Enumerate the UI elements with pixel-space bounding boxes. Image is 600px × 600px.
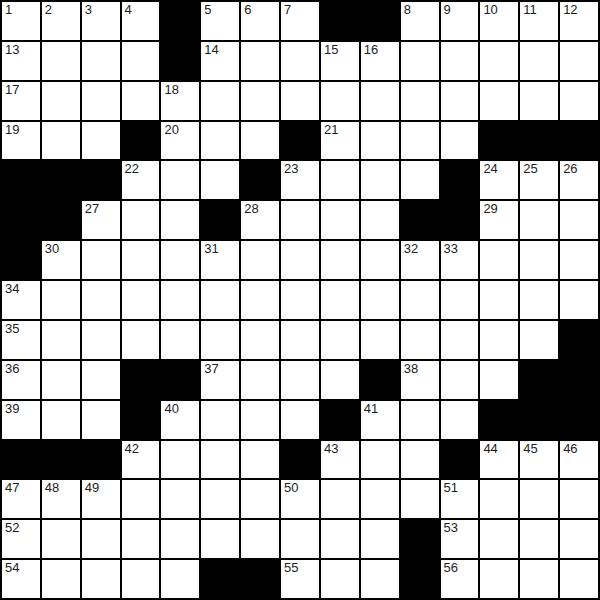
cell-r10c4[interactable]: 40 [161, 401, 199, 439]
cell-r11c3[interactable]: 42 [122, 441, 160, 479]
clue-number: 41 [364, 402, 378, 416]
cell-r2c2[interactable] [82, 82, 120, 120]
cell-r12c1[interactable]: 48 [42, 480, 80, 518]
clue-number: 48 [45, 481, 59, 495]
cell-r14c9[interactable] [361, 560, 399, 598]
clue-number: 11 [523, 3, 537, 17]
cell-r2c4[interactable]: 18 [161, 82, 199, 120]
black-cell-r4c2 [82, 161, 120, 199]
cell-r5c12[interactable]: 29 [480, 201, 518, 239]
cell-r9c11[interactable] [441, 361, 479, 399]
clue-number: 24 [483, 162, 497, 176]
cell-r3c5[interactable] [201, 122, 239, 160]
cell-r1c6[interactable] [241, 42, 279, 80]
cell-r3c8[interactable]: 21 [321, 122, 359, 160]
black-cell-r11c7 [281, 441, 319, 479]
clue-number: 30 [45, 242, 59, 256]
cell-r6c11[interactable]: 33 [441, 241, 479, 279]
cell-r6c12[interactable] [480, 241, 518, 279]
cell-r6c2[interactable] [82, 241, 120, 279]
cell-r0c3[interactable]: 4 [122, 2, 160, 40]
cell-r13c5[interactable] [201, 520, 239, 558]
cell-r2c7[interactable] [281, 82, 319, 120]
cell-r2c5[interactable] [201, 82, 239, 120]
clue-number: 49 [85, 481, 99, 495]
cell-r6c7[interactable] [281, 241, 319, 279]
cell-r7c4[interactable] [161, 281, 199, 319]
cell-r7c1[interactable] [42, 281, 80, 319]
cell-r4c12[interactable]: 24 [480, 161, 518, 199]
cell-r9c6[interactable] [241, 361, 279, 399]
cell-r14c1[interactable] [42, 560, 80, 598]
cell-r7c5[interactable] [201, 281, 239, 319]
cell-r9c12[interactable] [480, 361, 518, 399]
cell-r2c11[interactable] [441, 82, 479, 120]
black-cell-r5c5 [201, 201, 239, 239]
clue-number: 5 [204, 3, 211, 17]
black-cell-r9c14 [560, 361, 598, 399]
cell-r12c12[interactable] [480, 480, 518, 518]
black-cell-r5c11 [441, 201, 479, 239]
cell-r12c10[interactable] [401, 480, 439, 518]
black-cell-r9c9 [361, 361, 399, 399]
black-cell-r13c10 [401, 520, 439, 558]
cell-r0c0[interactable]: 1 [2, 2, 40, 40]
cell-r0c2[interactable]: 3 [82, 2, 120, 40]
clue-number: 6 [244, 3, 251, 17]
cell-r14c3[interactable] [122, 560, 160, 598]
cell-r9c10[interactable]: 38 [401, 361, 439, 399]
cell-r12c8[interactable] [321, 480, 359, 518]
cell-r14c11[interactable]: 56 [441, 560, 479, 598]
cell-r2c0[interactable]: 17 [2, 82, 40, 120]
cell-r8c7[interactable] [281, 321, 319, 359]
clue-number: 55 [284, 561, 298, 575]
black-cell-r10c12 [480, 401, 518, 439]
cell-r14c7[interactable]: 55 [281, 560, 319, 598]
black-cell-r5c10 [401, 201, 439, 239]
cell-r12c5[interactable] [201, 480, 239, 518]
clue-number: 19 [5, 123, 19, 137]
clue-number: 21 [324, 123, 338, 137]
cell-r5c4[interactable] [161, 201, 199, 239]
cell-r7c11[interactable] [441, 281, 479, 319]
cell-r8c11[interactable] [441, 321, 479, 359]
black-cell-r10c14 [560, 401, 598, 439]
black-cell-r3c13 [520, 122, 558, 160]
cell-r1c10[interactable] [401, 42, 439, 80]
cell-r13c4[interactable] [161, 520, 199, 558]
cell-r4c4[interactable] [161, 161, 199, 199]
black-cell-r9c3 [122, 361, 160, 399]
cell-r9c1[interactable] [42, 361, 80, 399]
cell-r12c13[interactable] [520, 480, 558, 518]
clue-number: 26 [563, 162, 577, 176]
cell-r6c1[interactable]: 30 [42, 241, 80, 279]
cell-r1c14[interactable] [560, 42, 598, 80]
cell-r10c10[interactable] [401, 401, 439, 439]
clue-number: 56 [444, 561, 458, 575]
cell-r9c5[interactable]: 37 [201, 361, 239, 399]
cell-r5c9[interactable] [361, 201, 399, 239]
cell-r6c9[interactable] [361, 241, 399, 279]
cell-r11c8[interactable]: 43 [321, 441, 359, 479]
cell-r5c3[interactable] [122, 201, 160, 239]
cell-r13c12[interactable] [480, 520, 518, 558]
clue-number: 36 [5, 362, 19, 376]
clue-number: 38 [404, 362, 418, 376]
cell-r12c11[interactable]: 51 [441, 480, 479, 518]
cell-r13c6[interactable] [241, 520, 279, 558]
clue-number: 37 [204, 362, 218, 376]
cell-r13c8[interactable] [321, 520, 359, 558]
clue-number: 53 [444, 521, 458, 535]
cell-r1c11[interactable] [441, 42, 479, 80]
clue-number: 27 [85, 202, 99, 216]
clue-number: 52 [5, 521, 19, 535]
cell-r3c1[interactable] [42, 122, 80, 160]
cell-r2c10[interactable] [401, 82, 439, 120]
cell-r9c7[interactable] [281, 361, 319, 399]
cell-r14c13[interactable] [520, 560, 558, 598]
black-cell-r0c8 [321, 2, 359, 40]
clue-number: 34 [5, 282, 19, 296]
cell-r0c14[interactable]: 12 [560, 2, 598, 40]
cell-r8c5[interactable] [201, 321, 239, 359]
cell-r5c13[interactable] [520, 201, 558, 239]
cell-r11c13[interactable]: 45 [520, 441, 558, 479]
cell-r7c0[interactable]: 34 [2, 281, 40, 319]
clue-number: 15 [324, 43, 338, 57]
clue-number: 45 [523, 442, 537, 456]
black-cell-r11c0 [2, 441, 40, 479]
clue-number: 9 [444, 3, 451, 17]
cell-r2c9[interactable] [361, 82, 399, 120]
black-cell-r14c6 [241, 560, 279, 598]
black-cell-r10c8 [321, 401, 359, 439]
black-cell-r11c2 [82, 441, 120, 479]
cell-r8c8[interactable] [321, 321, 359, 359]
cell-r13c2[interactable] [82, 520, 120, 558]
black-cell-r11c11 [441, 441, 479, 479]
black-cell-r14c10 [401, 560, 439, 598]
black-cell-r0c4 [161, 2, 199, 40]
cell-r2c12[interactable] [480, 82, 518, 120]
clue-number: 22 [125, 162, 139, 176]
cell-r2c1[interactable] [42, 82, 80, 120]
clue-number: 54 [5, 561, 19, 575]
cell-r6c4[interactable] [161, 241, 199, 279]
black-cell-r4c11 [441, 161, 479, 199]
cell-r5c6[interactable]: 28 [241, 201, 279, 239]
cell-r2c14[interactable] [560, 82, 598, 120]
cell-r1c2[interactable] [82, 42, 120, 80]
cell-r6c3[interactable] [122, 241, 160, 279]
cell-r6c8[interactable] [321, 241, 359, 279]
cell-r3c2[interactable] [82, 122, 120, 160]
cell-r3c9[interactable] [361, 122, 399, 160]
cell-r8c6[interactable] [241, 321, 279, 359]
clue-number: 29 [483, 202, 497, 216]
cell-r7c9[interactable] [361, 281, 399, 319]
cell-r0c12[interactable]: 10 [480, 2, 518, 40]
clue-number: 23 [284, 162, 298, 176]
cell-r1c5[interactable]: 14 [201, 42, 239, 80]
clue-number: 33 [444, 242, 458, 256]
cell-r7c6[interactable] [241, 281, 279, 319]
black-cell-r10c13 [520, 401, 558, 439]
clue-number: 18 [164, 83, 178, 97]
clue-number: 14 [204, 43, 218, 57]
black-cell-r14c5 [201, 560, 239, 598]
clue-number: 28 [244, 202, 258, 216]
cell-r1c9[interactable]: 16 [361, 42, 399, 80]
cell-r13c13[interactable] [520, 520, 558, 558]
cell-r12c3[interactable] [122, 480, 160, 518]
cell-r0c10[interactable]: 8 [401, 2, 439, 40]
cell-r5c8[interactable] [321, 201, 359, 239]
cell-r8c12[interactable] [480, 321, 518, 359]
cell-r9c0[interactable]: 36 [2, 361, 40, 399]
cell-r11c10[interactable] [401, 441, 439, 479]
clue-number: 2 [45, 3, 52, 17]
crossword-grid: 1234567891011121314151617181920212223242… [0, 0, 600, 600]
cell-r12c14[interactable] [560, 480, 598, 518]
cell-r0c11[interactable]: 9 [441, 2, 479, 40]
black-cell-r1c4 [161, 42, 199, 80]
cell-r13c9[interactable] [361, 520, 399, 558]
clue-number: 32 [404, 242, 418, 256]
clue-number: 25 [523, 162, 537, 176]
cell-r7c12[interactable] [480, 281, 518, 319]
cell-r7c3[interactable] [122, 281, 160, 319]
cell-r4c13[interactable]: 25 [520, 161, 558, 199]
black-cell-r3c14 [560, 122, 598, 160]
black-cell-r3c3 [122, 122, 160, 160]
clue-number: 40 [164, 402, 178, 416]
cell-r6c14[interactable] [560, 241, 598, 279]
cell-r1c13[interactable] [520, 42, 558, 80]
cell-r7c7[interactable] [281, 281, 319, 319]
clue-number: 12 [563, 3, 577, 17]
cell-r8c10[interactable] [401, 321, 439, 359]
cell-r7c14[interactable] [560, 281, 598, 319]
black-cell-r8c14 [560, 321, 598, 359]
cell-r12c2[interactable]: 49 [82, 480, 120, 518]
cell-r9c2[interactable] [82, 361, 120, 399]
cell-r5c2[interactable]: 27 [82, 201, 120, 239]
cell-r6c13[interactable] [520, 241, 558, 279]
cell-r10c6[interactable] [241, 401, 279, 439]
cell-r6c5[interactable]: 31 [201, 241, 239, 279]
cell-r2c8[interactable] [321, 82, 359, 120]
cell-r14c12[interactable] [480, 560, 518, 598]
cell-r13c0[interactable]: 52 [2, 520, 40, 558]
cell-r3c11[interactable] [441, 122, 479, 160]
cell-r3c0[interactable]: 19 [2, 122, 40, 160]
clue-number: 1 [5, 3, 12, 17]
cell-r12c9[interactable] [361, 480, 399, 518]
cell-r10c5[interactable] [201, 401, 239, 439]
cell-r13c7[interactable] [281, 520, 319, 558]
clue-number: 20 [164, 123, 178, 137]
cell-r0c5[interactable]: 5 [201, 2, 239, 40]
clue-number: 17 [5, 83, 19, 97]
clue-number: 50 [284, 481, 298, 495]
cell-r4c7[interactable]: 23 [281, 161, 319, 199]
black-cell-r6c0 [2, 241, 40, 279]
cell-r13c1[interactable] [42, 520, 80, 558]
cell-r1c12[interactable] [480, 42, 518, 80]
cell-r10c11[interactable] [441, 401, 479, 439]
cell-r3c10[interactable] [401, 122, 439, 160]
black-cell-r4c1 [42, 161, 80, 199]
cell-r11c12[interactable]: 44 [480, 441, 518, 479]
cell-r4c10[interactable] [401, 161, 439, 199]
black-cell-r9c13 [520, 361, 558, 399]
clue-number: 35 [5, 322, 19, 336]
cell-r14c4[interactable] [161, 560, 199, 598]
clue-number: 44 [483, 442, 497, 456]
clue-number: 3 [85, 3, 92, 17]
black-cell-r3c12 [480, 122, 518, 160]
cell-r11c5[interactable] [201, 441, 239, 479]
cell-r7c2[interactable] [82, 281, 120, 319]
clue-number: 4 [125, 3, 132, 17]
cell-r8c4[interactable] [161, 321, 199, 359]
clue-number: 16 [364, 43, 378, 57]
clue-number: 46 [563, 442, 577, 456]
cell-r12c7[interactable]: 50 [281, 480, 319, 518]
cell-r14c14[interactable] [560, 560, 598, 598]
cell-r0c1[interactable]: 2 [42, 2, 80, 40]
cell-r4c14[interactable]: 26 [560, 161, 598, 199]
cell-r2c3[interactable] [122, 82, 160, 120]
cell-r11c14[interactable]: 46 [560, 441, 598, 479]
black-cell-r10c3 [122, 401, 160, 439]
cell-r12c4[interactable] [161, 480, 199, 518]
cell-r4c3[interactable]: 22 [122, 161, 160, 199]
clue-number: 51 [444, 481, 458, 495]
cell-r9c8[interactable] [321, 361, 359, 399]
clue-number: 39 [5, 402, 19, 416]
black-cell-r0c9 [361, 2, 399, 40]
cell-r1c8[interactable]: 15 [321, 42, 359, 80]
cell-r14c0[interactable]: 54 [2, 560, 40, 598]
cell-r13c11[interactable]: 53 [441, 520, 479, 558]
clue-number: 13 [5, 43, 19, 57]
cell-r8c13[interactable] [520, 321, 558, 359]
cell-r5c14[interactable] [560, 201, 598, 239]
cell-r4c8[interactable] [321, 161, 359, 199]
cell-r13c3[interactable] [122, 520, 160, 558]
cell-r7c10[interactable] [401, 281, 439, 319]
clue-number: 43 [324, 442, 338, 456]
cell-r3c6[interactable] [241, 122, 279, 160]
cell-r10c2[interactable] [82, 401, 120, 439]
cell-r6c10[interactable]: 32 [401, 241, 439, 279]
cell-r1c1[interactable] [42, 42, 80, 80]
black-cell-r5c0 [2, 201, 40, 239]
cell-r8c1[interactable] [42, 321, 80, 359]
cell-r10c0[interactable]: 39 [2, 401, 40, 439]
black-cell-r3c7 [281, 122, 319, 160]
cell-r0c6[interactable]: 6 [241, 2, 279, 40]
clue-number: 47 [5, 481, 19, 495]
cell-r7c8[interactable] [321, 281, 359, 319]
cell-r4c5[interactable] [201, 161, 239, 199]
cell-r0c7[interactable]: 7 [281, 2, 319, 40]
black-cell-r4c0 [2, 161, 40, 199]
cell-r7c13[interactable] [520, 281, 558, 319]
cell-r1c0[interactable]: 13 [2, 42, 40, 80]
clue-number: 42 [125, 442, 139, 456]
black-cell-r11c1 [42, 441, 80, 479]
cell-r8c9[interactable] [361, 321, 399, 359]
cell-r1c3[interactable] [122, 42, 160, 80]
cell-r5c7[interactable] [281, 201, 319, 239]
cell-r3c4[interactable]: 20 [161, 122, 199, 160]
cell-r8c0[interactable]: 35 [2, 321, 40, 359]
cell-r0c13[interactable]: 11 [520, 2, 558, 40]
cell-r10c9[interactable]: 41 [361, 401, 399, 439]
cell-r1c7[interactable] [281, 42, 319, 80]
black-cell-r4c6 [241, 161, 279, 199]
cell-r10c1[interactable] [42, 401, 80, 439]
cell-r14c8[interactable] [321, 560, 359, 598]
cell-r12c6[interactable] [241, 480, 279, 518]
cell-r11c9[interactable] [361, 441, 399, 479]
cell-r12c0[interactable]: 47 [2, 480, 40, 518]
cell-r11c6[interactable] [241, 441, 279, 479]
cell-r8c3[interactable] [122, 321, 160, 359]
black-cell-r5c1 [42, 201, 80, 239]
cell-r8c2[interactable] [82, 321, 120, 359]
cell-r14c2[interactable] [82, 560, 120, 598]
cell-r4c9[interactable] [361, 161, 399, 199]
cell-r6c6[interactable] [241, 241, 279, 279]
clue-number: 10 [483, 3, 497, 17]
cell-r10c7[interactable] [281, 401, 319, 439]
cell-r2c13[interactable] [520, 82, 558, 120]
clue-number: 31 [204, 242, 218, 256]
clue-number: 7 [284, 3, 291, 17]
black-cell-r9c4 [161, 361, 199, 399]
cell-r13c14[interactable] [560, 520, 598, 558]
cell-r2c6[interactable] [241, 82, 279, 120]
cell-r11c4[interactable] [161, 441, 199, 479]
clue-number: 8 [404, 3, 411, 17]
